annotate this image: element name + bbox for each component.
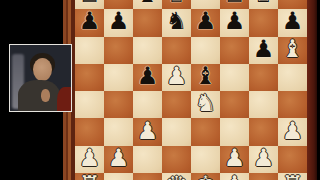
piece-white-pawn: ♟ [137,118,159,145]
piece-black-pawn: ♟ [253,36,275,63]
square-e2[interactable] [191,146,220,173]
square-e1[interactable]: ♚ [191,173,220,180]
piece-white-knight: ♞ [195,90,217,117]
piece-white-pawn: ♟ [79,145,101,172]
piece-black-pawn: ♟ [108,8,130,35]
chess-board[interactable]: ♜♝♛♜♚♟♟♞♟♟♟♟♝♟♟♝♞♟♟♟♟♟♟♜♛♚♝♜ [75,0,307,180]
square-g2[interactable]: ♟ [249,146,278,173]
square-a4[interactable] [75,91,104,118]
red-chair [57,87,71,111]
webcam-overlay [9,44,72,112]
square-h7[interactable]: ♟ [278,9,307,36]
piece-black-pawn: ♟ [282,8,304,35]
piece-black-king: ♚ [253,0,275,8]
square-d3[interactable] [162,118,191,145]
square-e3[interactable] [191,118,220,145]
square-f6[interactable] [220,37,249,64]
square-a3[interactable] [75,118,104,145]
square-c8[interactable]: ♝ [133,0,162,9]
piece-white-bishop: ♝ [282,36,304,63]
piece-black-pawn: ♟ [224,8,246,35]
piece-white-queen: ♛ [166,172,188,180]
square-c6[interactable] [133,37,162,64]
square-c7[interactable] [133,9,162,36]
square-b5[interactable] [104,64,133,91]
square-h4[interactable] [278,91,307,118]
square-b3[interactable] [104,118,133,145]
piece-white-rook: ♜ [282,172,304,180]
square-e5[interactable]: ♝ [191,64,220,91]
square-g7[interactable] [249,9,278,36]
presenter-hand [41,89,50,102]
piece-black-bishop: ♝ [195,63,217,90]
presenter-torso [18,80,60,112]
square-h5[interactable] [278,64,307,91]
piece-black-pawn: ♟ [195,8,217,35]
piece-black-knight: ♞ [166,8,188,35]
square-a6[interactable] [75,37,104,64]
square-b2[interactable]: ♟ [104,146,133,173]
square-c1[interactable] [133,173,162,180]
square-g4[interactable] [249,91,278,118]
square-g1[interactable] [249,173,278,180]
square-f2[interactable]: ♟ [220,146,249,173]
square-g6[interactable]: ♟ [249,37,278,64]
piece-white-pawn: ♟ [166,63,188,90]
square-g8[interactable]: ♚ [249,0,278,9]
square-a5[interactable] [75,64,104,91]
square-c4[interactable] [133,91,162,118]
square-g3[interactable] [249,118,278,145]
square-f5[interactable] [220,64,249,91]
piece-black-pawn: ♟ [137,63,159,90]
square-f7[interactable]: ♟ [220,9,249,36]
square-b1[interactable] [104,173,133,180]
piece-white-bishop: ♝ [224,172,246,180]
square-e4[interactable]: ♞ [191,91,220,118]
piece-white-pawn: ♟ [282,118,304,145]
square-a7[interactable]: ♟ [75,9,104,36]
square-f3[interactable] [220,118,249,145]
square-d7[interactable]: ♞ [162,9,191,36]
square-f1[interactable]: ♝ [220,173,249,180]
square-b4[interactable] [104,91,133,118]
square-d4[interactable] [162,91,191,118]
square-a2[interactable]: ♟ [75,146,104,173]
square-g5[interactable] [249,64,278,91]
square-a1[interactable]: ♜ [75,173,104,180]
square-d5[interactable]: ♟ [162,64,191,91]
piece-white-pawn: ♟ [253,145,275,172]
square-d2[interactable] [162,146,191,173]
square-c5[interactable]: ♟ [133,64,162,91]
piece-white-pawn: ♟ [224,145,246,172]
video-frame: ♜♝♛♜♚♟♟♞♟♟♟♟♝♟♟♝♞♟♟♟♟♟♟♜♛♚♝♜ [0,0,320,180]
square-d6[interactable] [162,37,191,64]
square-e7[interactable]: ♟ [191,9,220,36]
square-d1[interactable]: ♛ [162,173,191,180]
square-c2[interactable] [133,146,162,173]
piece-white-pawn: ♟ [108,145,130,172]
square-e6[interactable] [191,37,220,64]
piece-white-king: ♚ [195,172,217,180]
square-b7[interactable]: ♟ [104,9,133,36]
square-c3[interactable]: ♟ [133,118,162,145]
square-f4[interactable] [220,91,249,118]
square-b6[interactable] [104,37,133,64]
presenter-face [33,58,52,81]
piece-black-pawn: ♟ [79,8,101,35]
square-h2[interactable] [278,146,307,173]
board-frame-right [306,0,317,180]
piece-black-bishop: ♝ [137,0,159,8]
square-h6[interactable]: ♝ [278,37,307,64]
square-h3[interactable]: ♟ [278,118,307,145]
square-h1[interactable]: ♜ [278,173,307,180]
piece-white-rook: ♜ [79,172,101,180]
